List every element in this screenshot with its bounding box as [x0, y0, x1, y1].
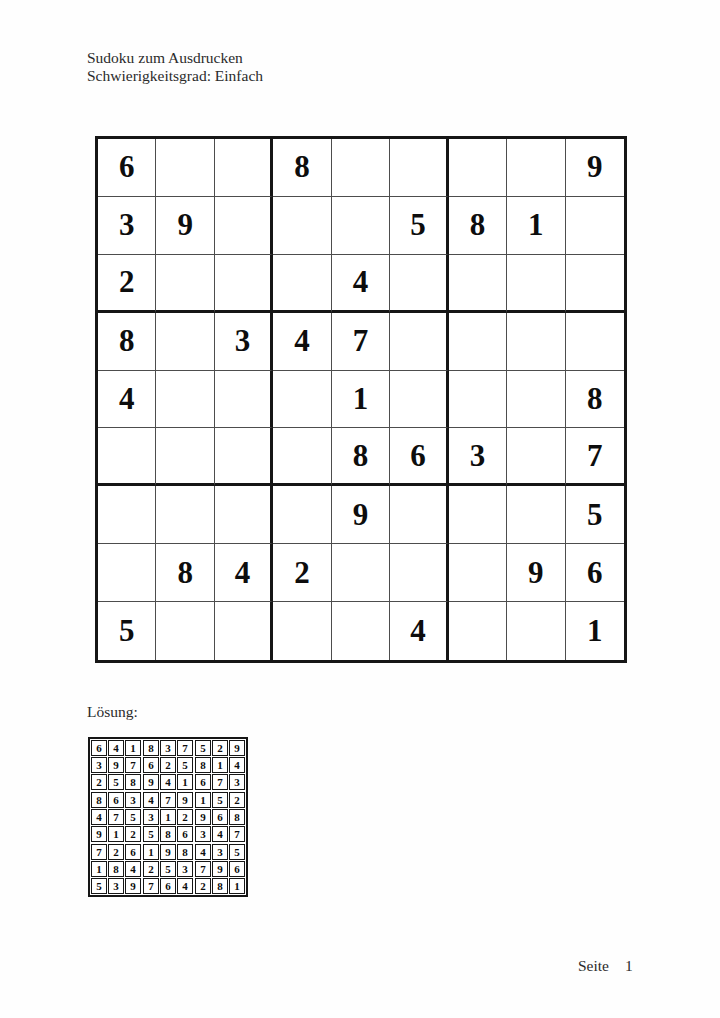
solution-cell-r4c5: 7 [160, 792, 176, 808]
solution-cell-r6c6: 6 [177, 826, 193, 842]
page-label: Seite [578, 957, 609, 974]
puzzle-cell-r1c5 [332, 139, 390, 197]
puzzle-cell-r9c5 [332, 602, 390, 660]
solution-cell-r7c7: 4 [195, 844, 211, 860]
solution-label: Lösung: [87, 703, 138, 721]
puzzle-cell-r1c7 [449, 139, 507, 197]
solution-cell-r3c4: 9 [143, 774, 159, 790]
puzzle-cell-r8c9: 6 [566, 544, 624, 602]
solution-cell-r2c4: 6 [143, 757, 159, 773]
solution-cell-r5c7: 9 [195, 809, 211, 825]
puzzle-cell-r2c4 [273, 197, 331, 255]
puzzle-cell-r8c7 [449, 544, 507, 602]
solution-cell-r5c3: 5 [125, 809, 141, 825]
puzzle-cell-r8c2: 8 [156, 544, 214, 602]
page-header: Sudoku zum Ausdrucken Schwierigkeitsgrad… [87, 49, 263, 85]
puzzle-cell-r7c8 [507, 486, 565, 544]
solution-cell-r4c9: 2 [229, 792, 245, 808]
solution-cell-r1c8: 2 [212, 740, 228, 756]
puzzle-cell-r9c6: 4 [390, 602, 448, 660]
solution-cell-r7c1: 7 [91, 844, 107, 860]
puzzle-cell-r3c2 [156, 255, 214, 313]
solution-cell-r2c9: 4 [229, 757, 245, 773]
solution-cell-r7c4: 1 [143, 844, 159, 860]
solution-box-3-2: 198253764 [143, 844, 193, 894]
solution-cell-r3c5: 4 [160, 774, 176, 790]
solution-cell-r8c5: 5 [160, 861, 176, 877]
puzzle-cell-r3c9 [566, 255, 624, 313]
solution-cell-r2c7: 8 [195, 757, 211, 773]
solution-cell-r1c7: 5 [195, 740, 211, 756]
solution-cell-r3c6: 1 [177, 774, 193, 790]
puzzle-cell-r9c9: 1 [566, 602, 624, 660]
puzzle-cell-r3c6 [390, 255, 448, 313]
puzzle-cell-r9c2 [156, 602, 214, 660]
solution-cell-r6c9: 7 [229, 826, 245, 842]
puzzle-cell-r6c3 [215, 428, 273, 486]
solution-cell-r9c2: 3 [108, 878, 124, 894]
puzzle-cell-r5c4 [273, 371, 331, 429]
solution-cell-r9c6: 4 [177, 878, 193, 894]
puzzle-cell-r1c1: 6 [98, 139, 156, 197]
puzzle-cell-r7c1 [98, 486, 156, 544]
puzzle-cell-r9c4 [273, 602, 331, 660]
solution-box-1-1: 641397258 [91, 740, 141, 790]
solution-cell-r8c2: 8 [108, 861, 124, 877]
solution-cell-r9c4: 7 [143, 878, 159, 894]
puzzle-cell-r4c2 [156, 313, 214, 371]
solution-cell-r2c1: 3 [91, 757, 107, 773]
solution-cell-r2c8: 1 [212, 757, 228, 773]
puzzle-cell-r7c7 [449, 486, 507, 544]
difficulty-subtitle: Schwierigkeitsgrad: Einfach [87, 67, 263, 85]
puzzle-cell-r2c3 [215, 197, 273, 255]
solution-cell-r9c5: 6 [160, 878, 176, 894]
solution-cell-r3c3: 8 [125, 774, 141, 790]
solution-cell-r6c3: 2 [125, 826, 141, 842]
puzzle-cell-r7c5: 9 [332, 486, 390, 544]
solution-cell-r3c1: 2 [91, 774, 107, 790]
puzzle-cell-r2c2: 9 [156, 197, 214, 255]
puzzle-cell-r5c6 [390, 371, 448, 429]
solution-box-1-2: 837625941 [143, 740, 193, 790]
solution-cell-r5c8: 6 [212, 809, 228, 825]
solution-cell-r9c1: 5 [91, 878, 107, 894]
puzzle-cell-r1c3 [215, 139, 273, 197]
page-number: 1 [625, 957, 633, 974]
printable-sudoku-page: Sudoku zum Ausdrucken Schwierigkeitsgrad… [0, 0, 720, 1018]
puzzle-cell-r8c4: 2 [273, 544, 331, 602]
puzzle-cell-r5c7 [449, 371, 507, 429]
puzzle-cell-r2c1: 3 [98, 197, 156, 255]
puzzle-cell-r5c5: 1 [332, 371, 390, 429]
puzzle-cell-r1c8 [507, 139, 565, 197]
solution-cell-r4c4: 4 [143, 792, 159, 808]
puzzle-cell-r2c7: 8 [449, 197, 507, 255]
puzzle-cell-r3c8 [507, 255, 565, 313]
puzzle-cell-r5c1: 4 [98, 371, 156, 429]
solution-cell-r7c2: 2 [108, 844, 124, 860]
puzzle-cell-r2c6: 5 [390, 197, 448, 255]
solution-cell-r6c8: 4 [212, 826, 228, 842]
solution-cell-r5c2: 7 [108, 809, 124, 825]
puzzle-cell-r7c6 [390, 486, 448, 544]
solution-cell-r8c7: 7 [195, 861, 211, 877]
solution-cell-r6c7: 3 [195, 826, 211, 842]
puzzle-cell-r1c2 [156, 139, 214, 197]
puzzle-cell-r5c9: 8 [566, 371, 624, 429]
puzzle-cell-r1c9: 9 [566, 139, 624, 197]
solution-cell-r2c6: 5 [177, 757, 193, 773]
solution-cell-r4c7: 1 [195, 792, 211, 808]
solution-cell-r8c9: 6 [229, 861, 245, 877]
puzzle-cell-r7c3 [215, 486, 273, 544]
puzzle-cell-r4c6 [390, 313, 448, 371]
solution-box-2-2: 479312586 [143, 792, 193, 842]
solution-cell-r5c9: 8 [229, 809, 245, 825]
solution-cell-r1c5: 3 [160, 740, 176, 756]
solution-cell-r4c2: 6 [108, 792, 124, 808]
solution-cell-r3c2: 5 [108, 774, 124, 790]
solution-box-2-3: 152968347 [195, 792, 245, 842]
solution-cell-r2c3: 7 [125, 757, 141, 773]
puzzle-cell-r6c2 [156, 428, 214, 486]
sudoku-puzzle-grid: 6893958124834741886379584296541 [95, 136, 627, 663]
puzzle-cell-r9c3 [215, 602, 273, 660]
puzzle-cell-r4c8 [507, 313, 565, 371]
sudoku-solution-grid: 6413972588376259415298146738634759124793… [88, 737, 248, 897]
solution-cell-r6c4: 5 [143, 826, 159, 842]
solution-cell-r7c5: 9 [160, 844, 176, 860]
puzzle-cell-r5c2 [156, 371, 214, 429]
solution-box-3-3: 435796281 [195, 844, 245, 894]
puzzle-cell-r2c9 [566, 197, 624, 255]
solution-cell-r1c4: 8 [143, 740, 159, 756]
page-footer: Seite1 [578, 957, 633, 975]
solution-cell-r6c1: 9 [91, 826, 107, 842]
solution-cell-r6c5: 8 [160, 826, 176, 842]
puzzle-cell-r3c5: 4 [332, 255, 390, 313]
solution-cell-r9c8: 8 [212, 878, 228, 894]
solution-cell-r7c8: 3 [212, 844, 228, 860]
puzzle-cell-r6c7: 3 [449, 428, 507, 486]
puzzle-cell-r4c4: 4 [273, 313, 331, 371]
solution-cell-r1c6: 7 [177, 740, 193, 756]
solution-cell-r6c2: 1 [108, 826, 124, 842]
solution-cell-r5c1: 4 [91, 809, 107, 825]
puzzle-cell-r5c3 [215, 371, 273, 429]
solution-cell-r1c2: 4 [108, 740, 124, 756]
puzzle-cell-r9c7 [449, 602, 507, 660]
solution-box-1-3: 529814673 [195, 740, 245, 790]
puzzle-cell-r6c6: 6 [390, 428, 448, 486]
puzzle-cell-r3c4 [273, 255, 331, 313]
puzzle-cell-r8c3: 4 [215, 544, 273, 602]
solution-cell-r8c1: 1 [91, 861, 107, 877]
puzzle-cell-r3c3 [215, 255, 273, 313]
puzzle-cell-r3c7 [449, 255, 507, 313]
puzzle-cell-r1c4: 8 [273, 139, 331, 197]
puzzle-cell-r1c6 [390, 139, 448, 197]
puzzle-cell-r8c1 [98, 544, 156, 602]
puzzle-cell-r7c2 [156, 486, 214, 544]
puzzle-cell-r8c5 [332, 544, 390, 602]
puzzle-cell-r6c9: 7 [566, 428, 624, 486]
solution-cell-r3c7: 6 [195, 774, 211, 790]
solution-cell-r1c3: 1 [125, 740, 141, 756]
puzzle-cell-r4c3: 3 [215, 313, 273, 371]
puzzle-cell-r6c8 [507, 428, 565, 486]
puzzle-cell-r8c6 [390, 544, 448, 602]
puzzle-cell-r5c8 [507, 371, 565, 429]
solution-cell-r2c5: 2 [160, 757, 176, 773]
solution-cell-r5c5: 1 [160, 809, 176, 825]
puzzle-cell-r7c9: 5 [566, 486, 624, 544]
solution-cell-r8c3: 4 [125, 861, 141, 877]
solution-cell-r8c4: 2 [143, 861, 159, 877]
puzzle-cell-r4c9 [566, 313, 624, 371]
puzzle-cell-r6c4 [273, 428, 331, 486]
puzzle-cell-r2c8: 1 [507, 197, 565, 255]
puzzle-cell-r8c8: 9 [507, 544, 565, 602]
solution-cell-r4c3: 3 [125, 792, 141, 808]
puzzle-cell-r6c1 [98, 428, 156, 486]
puzzle-cell-r7c4 [273, 486, 331, 544]
solution-cell-r1c1: 6 [91, 740, 107, 756]
solution-cell-r4c1: 8 [91, 792, 107, 808]
puzzle-cell-r4c7 [449, 313, 507, 371]
solution-cell-r9c3: 9 [125, 878, 141, 894]
puzzle-cell-r3c1: 2 [98, 255, 156, 313]
solution-cell-r8c8: 9 [212, 861, 228, 877]
solution-cell-r1c9: 9 [229, 740, 245, 756]
solution-cell-r2c2: 9 [108, 757, 124, 773]
puzzle-cell-r6c5: 8 [332, 428, 390, 486]
page-title: Sudoku zum Ausdrucken [87, 49, 263, 67]
solution-cell-r3c8: 7 [212, 774, 228, 790]
solution-cell-r3c9: 3 [229, 774, 245, 790]
solution-box-3-1: 726184539 [91, 844, 141, 894]
solution-box-2-1: 863475912 [91, 792, 141, 842]
solution-cell-r4c6: 9 [177, 792, 193, 808]
solution-cell-r9c9: 1 [229, 878, 245, 894]
solution-cell-r7c6: 8 [177, 844, 193, 860]
puzzle-cell-r4c1: 8 [98, 313, 156, 371]
puzzle-cell-r2c5 [332, 197, 390, 255]
solution-cell-r7c3: 6 [125, 844, 141, 860]
solution-cell-r5c4: 3 [143, 809, 159, 825]
puzzle-cell-r9c8 [507, 602, 565, 660]
solution-cell-r9c7: 2 [195, 878, 211, 894]
solution-cell-r5c6: 2 [177, 809, 193, 825]
puzzle-cell-r4c5: 7 [332, 313, 390, 371]
puzzle-cell-r9c1: 5 [98, 602, 156, 660]
solution-cell-r4c8: 5 [212, 792, 228, 808]
solution-cell-r8c6: 3 [177, 861, 193, 877]
solution-cell-r7c9: 5 [229, 844, 245, 860]
